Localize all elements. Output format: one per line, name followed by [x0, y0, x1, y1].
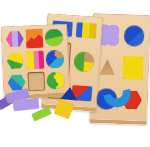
square-orange-red-zigzag-piece[interactable] [25, 29, 43, 48]
board-right-cell [122, 56, 143, 80]
board-middle-cell [76, 22, 97, 39]
square-yellow-piece[interactable] [122, 56, 143, 80]
empty-triangle-hole [99, 58, 116, 75]
board-middle-cell [73, 44, 95, 81]
board-front-left-cell [6, 30, 24, 49]
circle-blue-piece[interactable] [123, 25, 144, 46]
board-front-left-cell [47, 71, 65, 90]
circle-green-yellow-yinyang-piece[interactable] [47, 72, 65, 90]
circle-blue-crescent-piece[interactable] [46, 50, 64, 68]
board-front-left-cell [46, 49, 64, 68]
hexagon-yellow-green-piece[interactable] [7, 53, 25, 70]
board-front-left-cell [25, 29, 43, 48]
board-front-left-cell [45, 28, 63, 47]
board-front-left-cell [26, 50, 44, 69]
board-front-left [0, 24, 70, 100]
square-yellow-pink-magenta-piece[interactable] [26, 50, 44, 69]
empty-square-hole [27, 72, 45, 91]
lavender-rectangle-piece-2[interactable] [12, 98, 39, 112]
stage [0, 0, 150, 147]
board-front-left-cell [7, 51, 25, 70]
circle-two-tone-green-piece[interactable] [45, 28, 63, 46]
board-front-left-cell [27, 72, 45, 91]
hexagon-pink-lavender-purple-piece[interactable] [6, 31, 24, 48]
circle-green-yellow-pie-piece[interactable] [73, 51, 94, 72]
square-blue-yellow-stripes-piece[interactable] [76, 22, 97, 39]
board-right-cell [123, 22, 144, 50]
